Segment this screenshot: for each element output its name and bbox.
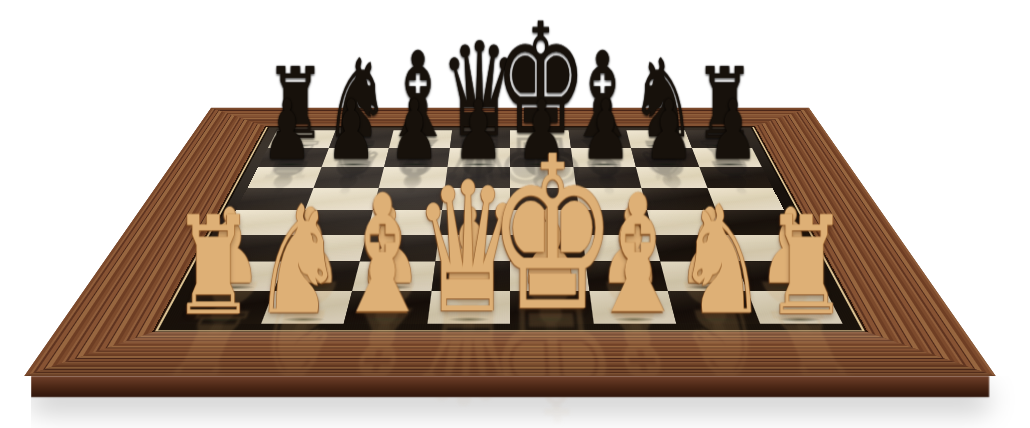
piece-white-knight-g1: ♞	[676, 185, 767, 335]
piece-black-pawn-h7: ♟	[708, 89, 758, 172]
piece-white-rook-a1: ♜	[172, 198, 255, 334]
perspective-scene: ♜♜♞♞♝♝♛♛♚♚♝♝♞♞♜♜♟♟♟♟♟♟♟♟♟♟♟♟♟♟♟♟♟♟♟♟♟♟♟♟…	[0, 0, 1030, 428]
piece-white-king-e1: ♚	[488, 128, 617, 340]
chess-board: ♜♜♞♞♝♝♛♛♚♚♝♝♞♞♜♜♟♟♟♟♟♟♟♟♟♟♟♟♟♟♟♟♟♟♟♟♟♟♟♟…	[24, 108, 995, 376]
piece-white-rook-h1: ♜	[765, 198, 848, 334]
board-ebony-panel: ♜♜♞♞♝♝♛♛♚♚♝♝♞♞♜♜♟♟♟♟♟♟♟♟♟♟♟♟♟♟♟♟♟♟♟♟♟♟♟♟…	[155, 127, 865, 332]
chess-set-photo: ♜♜♞♞♝♝♛♛♚♚♝♝♞♞♜♜♟♟♟♟♟♟♟♟♟♟♟♟♟♟♟♟♟♟♟♟♟♟♟♟…	[0, 0, 1030, 428]
piece-white-knight-b1: ♞	[252, 185, 343, 335]
square-e1: ♚♚	[510, 291, 593, 324]
piece-black-pawn-a7: ♟	[262, 89, 312, 172]
board-grid: ♜♜♞♞♝♝♛♛♚♚♝♝♞♞♜♜♟♟♟♟♟♟♟♟♟♟♟♟♟♟♟♟♟♟♟♟♟♟♟♟…	[177, 130, 842, 323]
